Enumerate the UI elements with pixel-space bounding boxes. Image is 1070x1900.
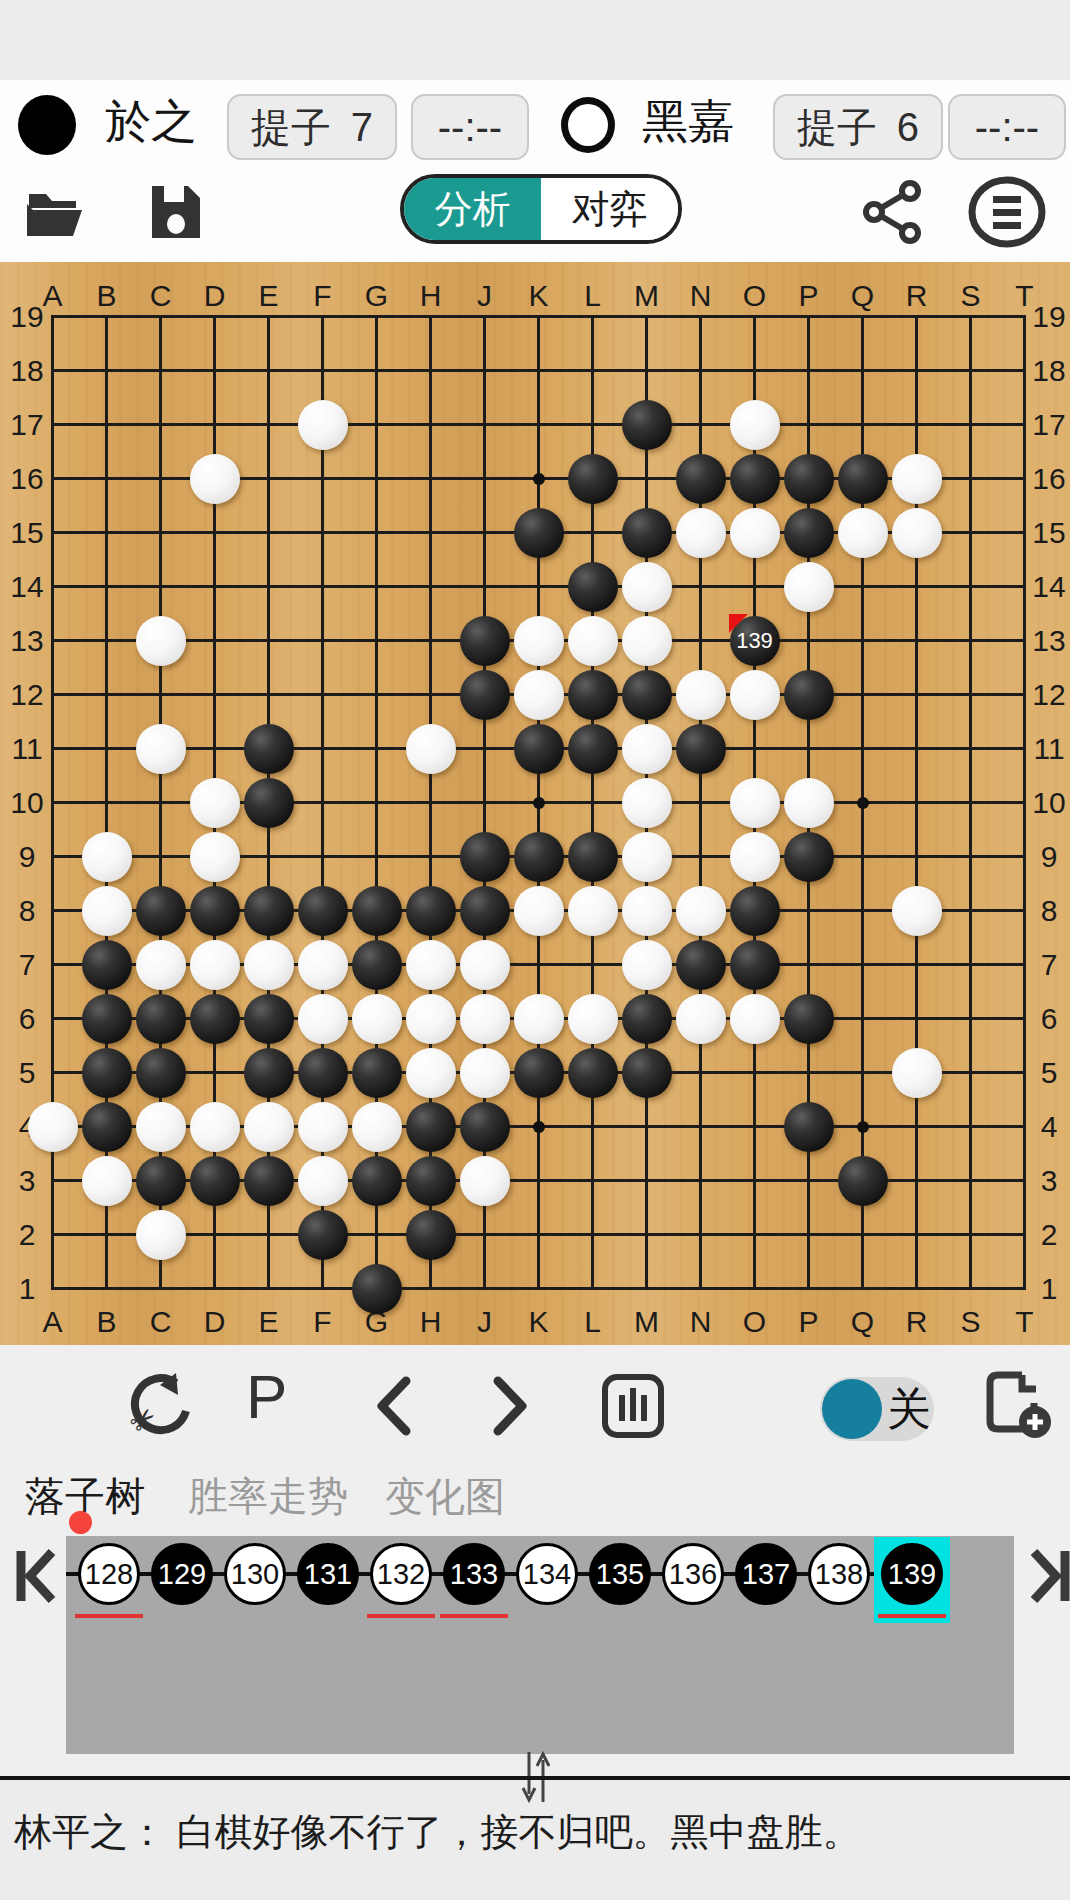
white-stone	[136, 616, 186, 666]
black-stone	[784, 1102, 834, 1152]
white-stone	[406, 724, 456, 774]
white-timer-value: --:--	[975, 105, 1039, 150]
white-stone	[136, 1102, 186, 1152]
black-stone	[460, 670, 510, 720]
next-move-icon[interactable]	[490, 1375, 532, 1437]
coordinate-label: D	[188, 278, 242, 314]
tab-analysis[interactable]: 分析	[404, 178, 541, 240]
move-node-131[interactable]: 131	[297, 1543, 359, 1605]
coordinate-label: 13	[1026, 623, 1070, 659]
coordinate-label: 14	[1026, 569, 1070, 605]
move-node-129[interactable]: 129	[151, 1543, 213, 1605]
coordinate-label: C	[134, 278, 188, 314]
black-stone	[514, 508, 564, 558]
move-node-128[interactable]: 128	[78, 1543, 140, 1605]
black-stone	[838, 1156, 888, 1206]
move-node-stone: 128	[78, 1543, 140, 1605]
black-stone	[244, 1156, 294, 1206]
share-icon[interactable]	[862, 180, 924, 244]
new-file-icon[interactable]	[982, 1369, 1054, 1443]
go-board[interactable]: AABBCCDDEEFFGGHHJJKKLLMMNNOOPPQQRRSSTT19…	[0, 262, 1070, 1345]
status-bar	[0, 0, 1070, 80]
white-stone	[622, 616, 672, 666]
coordinate-label: 1	[4, 1271, 50, 1307]
coordinate-label: L	[566, 1304, 620, 1340]
coordinate-label: M	[620, 1304, 674, 1340]
black-stone	[622, 994, 672, 1044]
black-stone	[406, 886, 456, 936]
black-stone	[784, 508, 834, 558]
white-stone	[298, 940, 348, 990]
move-node-stone: 136	[662, 1543, 724, 1605]
coordinate-label: Q	[836, 1304, 890, 1340]
coordinate-label: 6	[1026, 1001, 1070, 1037]
coordinate-label: F	[296, 278, 350, 314]
review-toolbar: ✂ P 关	[0, 1345, 1070, 1455]
coordinate-label: K	[512, 278, 566, 314]
black-player-name: 於之	[105, 80, 197, 162]
notification-red-dot	[69, 1511, 92, 1534]
move-node-stone: 132	[370, 1543, 432, 1605]
white-stone-avatar	[561, 97, 615, 153]
coordinate-label: F	[296, 1304, 350, 1340]
black-stone	[568, 562, 618, 612]
white-stone	[406, 994, 456, 1044]
white-stone	[298, 400, 348, 450]
coordinate-label: 19	[4, 299, 50, 335]
move-node-138[interactable]: 138	[808, 1543, 870, 1605]
coordinate-label: S	[944, 1304, 998, 1340]
move-node-136[interactable]: 136	[662, 1543, 724, 1605]
coordinate-label: 8	[1026, 893, 1070, 929]
white-stone	[460, 1048, 510, 1098]
move-node-137[interactable]: 137	[735, 1543, 797, 1605]
coordinate-label: 18	[4, 353, 50, 389]
white-stone	[730, 832, 780, 882]
coordinate-label: N	[674, 1304, 728, 1340]
white-stone	[190, 454, 240, 504]
move-tree-canvas[interactable]: 128129130131132133134135136137138139	[66, 1536, 1014, 1754]
black-timer-value: --:--	[438, 105, 502, 150]
coordinate-label: 18	[1026, 353, 1070, 389]
coordinate-label: 7	[1026, 947, 1070, 983]
coordinate-label: 10	[1026, 785, 1070, 821]
coordinate-label: 7	[4, 947, 50, 983]
pass-button[interactable]: P	[246, 1361, 287, 1432]
coordinate-label: S	[944, 278, 998, 314]
black-stone	[514, 832, 564, 882]
black-timer-button[interactable]: --:--	[411, 94, 529, 160]
black-stone	[136, 1048, 186, 1098]
coordinate-label: 2	[4, 1217, 50, 1253]
white-stone	[568, 994, 618, 1044]
white-stone	[28, 1102, 78, 1152]
black-stone	[460, 832, 510, 882]
white-stone	[676, 508, 726, 558]
coordinate-label: E	[242, 1304, 296, 1340]
white-stone	[622, 562, 672, 612]
black-stone	[244, 886, 294, 936]
star-point	[533, 473, 545, 485]
black-stone	[352, 1048, 402, 1098]
black-stone	[568, 670, 618, 720]
white-stone	[136, 724, 186, 774]
black-stone	[568, 832, 618, 882]
black-stone	[82, 1048, 132, 1098]
coordinate-label: 5	[4, 1055, 50, 1091]
white-stone	[622, 778, 672, 828]
black-stone	[406, 1102, 456, 1152]
white-player-name: 黑嘉	[642, 80, 734, 162]
black-stone	[298, 1048, 348, 1098]
coordinate-label: 10	[4, 785, 50, 821]
white-stone	[244, 940, 294, 990]
white-stone	[190, 832, 240, 882]
coordinate-label: 13	[4, 623, 50, 659]
white-stone	[514, 670, 564, 720]
move-node-130[interactable]: 130	[224, 1543, 286, 1605]
black-stone	[784, 832, 834, 882]
white-stone	[244, 1102, 294, 1152]
branch-toggle-label: 关	[884, 1377, 934, 1441]
white-stone	[676, 886, 726, 936]
coordinate-label: H	[404, 1304, 458, 1340]
black-stone	[676, 724, 726, 774]
black-stone	[784, 994, 834, 1044]
undo-prune-icon[interactable]: ✂	[116, 1371, 196, 1441]
white-stone	[406, 940, 456, 990]
coordinate-label: N	[674, 278, 728, 314]
coordinate-label: 2	[1026, 1217, 1070, 1253]
black-stone	[676, 454, 726, 504]
black-stone	[730, 454, 780, 504]
black-stone	[190, 994, 240, 1044]
coordinate-label: 9	[4, 839, 50, 875]
white-stone	[730, 778, 780, 828]
move-node-133[interactable]: 133	[443, 1543, 505, 1605]
white-stone	[82, 886, 132, 936]
coordinate-label: 6	[4, 1001, 50, 1037]
black-stone	[730, 886, 780, 936]
black-stone	[622, 400, 672, 450]
white-stone	[622, 724, 672, 774]
coordinate-label: 9	[1026, 839, 1070, 875]
white-stone	[568, 886, 618, 936]
move-node-stone: 131	[297, 1543, 359, 1605]
coordinate-label: J	[458, 1304, 512, 1340]
coordinate-label: B	[80, 1304, 134, 1340]
black-stone	[838, 454, 888, 504]
black-stone	[784, 670, 834, 720]
black-stone	[622, 670, 672, 720]
coordinate-label: M	[620, 278, 674, 314]
black-stone	[352, 940, 402, 990]
black-stone	[514, 1048, 564, 1098]
black-stone	[622, 1048, 672, 1098]
white-stone	[190, 778, 240, 828]
white-stone	[676, 994, 726, 1044]
white-stone	[298, 994, 348, 1044]
open-folder-icon[interactable]	[24, 184, 84, 240]
black-stone	[298, 886, 348, 936]
white-stone	[892, 886, 942, 936]
white-captures-button[interactable]: 提子 6	[773, 94, 943, 160]
coordinate-label: T	[998, 1304, 1052, 1340]
black-stone	[136, 1156, 186, 1206]
tab-variation-diagram[interactable]: 变化图	[385, 1469, 505, 1524]
move-node-139[interactable]: 139	[881, 1543, 943, 1605]
white-stone	[784, 562, 834, 612]
move-node-stone: 137	[735, 1543, 797, 1605]
black-stone-avatar	[18, 95, 76, 155]
coordinate-label: 17	[1026, 407, 1070, 443]
white-stone	[730, 400, 780, 450]
black-stone	[568, 454, 618, 504]
white-stone	[352, 994, 402, 1044]
player-info-bar: 於之 提子 7 --:-- 黑嘉 提子 6 --:--	[0, 80, 1070, 162]
coordinate-label: P	[782, 1304, 836, 1340]
coordinate-label: 8	[4, 893, 50, 929]
coordinate-label: L	[566, 278, 620, 314]
move-node-stone: 135	[589, 1543, 651, 1605]
black-stone	[406, 1210, 456, 1260]
black-stone	[244, 994, 294, 1044]
black-stone	[136, 886, 186, 936]
last-move-button[interactable]	[1026, 1548, 1070, 1604]
white-stone	[136, 1210, 186, 1260]
black-captures-value: 7	[351, 105, 373, 150]
black-stone	[622, 508, 672, 558]
coordinate-label: 4	[1026, 1109, 1070, 1145]
white-stone	[784, 778, 834, 828]
move-tree-panel: 128129130131132133134135136137138139	[0, 1536, 1070, 1776]
white-captures-label: 提子	[797, 100, 877, 155]
white-stone	[514, 886, 564, 936]
star-point	[857, 797, 869, 809]
white-stone	[838, 508, 888, 558]
black-stone	[568, 724, 618, 774]
white-stone	[730, 670, 780, 720]
white-stone	[460, 940, 510, 990]
white-stone	[298, 1102, 348, 1152]
coordinate-label: 15	[1026, 515, 1070, 551]
black-stone	[784, 454, 834, 504]
white-stone	[622, 940, 672, 990]
black-stone	[190, 886, 240, 936]
black-stone	[244, 778, 294, 828]
tab-winrate-trend[interactable]: 胜率走势	[188, 1469, 348, 1524]
white-stone	[406, 1048, 456, 1098]
move-node-stone: 133	[443, 1543, 505, 1605]
white-stone	[190, 1102, 240, 1152]
move-node-stone: 134	[516, 1543, 578, 1605]
white-stone	[892, 1048, 942, 1098]
white-stone	[892, 454, 942, 504]
black-stone	[82, 994, 132, 1044]
coordinate-label: 19	[1026, 299, 1070, 335]
coordinate-label: Q	[836, 278, 890, 314]
white-stone	[730, 508, 780, 558]
coordinate-label: H	[404, 278, 458, 314]
coordinate-label: 12	[4, 677, 50, 713]
coordinate-label: A	[26, 1304, 80, 1340]
move-node-stone: 138	[808, 1543, 870, 1605]
coordinate-label: P	[782, 278, 836, 314]
white-stone	[622, 886, 672, 936]
coordinate-label: K	[512, 1304, 566, 1340]
chart-icon[interactable]	[600, 1373, 666, 1439]
coordinate-label: 5	[1026, 1055, 1070, 1091]
black-stone	[190, 1156, 240, 1206]
coordinate-label: 12	[1026, 677, 1070, 713]
star-point	[533, 797, 545, 809]
white-stone	[892, 508, 942, 558]
black-stone	[298, 1210, 348, 1260]
coordinate-label: C	[134, 1304, 188, 1340]
move-node-135[interactable]: 135	[589, 1543, 651, 1605]
white-stone	[82, 1156, 132, 1206]
black-stone	[460, 886, 510, 936]
coordinate-label: D	[188, 1304, 242, 1340]
move-node-stone: 129	[151, 1543, 213, 1605]
svg-text:✂: ✂	[123, 1399, 163, 1440]
white-stone	[460, 994, 510, 1044]
move-node-134[interactable]: 134	[516, 1543, 578, 1605]
branch-toggle[interactable]: 关	[820, 1377, 934, 1441]
menu-icon[interactable]	[966, 176, 1048, 248]
black-stone	[352, 1264, 402, 1314]
white-stone	[190, 940, 240, 990]
tab-play[interactable]: 对弈	[541, 178, 678, 240]
black-stone	[568, 1048, 618, 1098]
current-move-number: 139	[730, 628, 780, 654]
branch-toggle-knob	[822, 1379, 882, 1439]
black-stone	[82, 940, 132, 990]
file-toolbar: 分析 对弈	[0, 162, 1070, 262]
black-stone	[730, 940, 780, 990]
view-tabs: 落子树 胜率走势 变化图	[0, 1455, 1070, 1536]
white-stone	[352, 1102, 402, 1152]
white-stone	[622, 832, 672, 882]
white-stone	[568, 616, 618, 666]
black-stone	[136, 994, 186, 1044]
black-stone	[406, 1156, 456, 1206]
coordinate-label: 16	[4, 461, 50, 497]
black-captures-button[interactable]: 提子 7	[227, 94, 397, 160]
white-captures-value: 6	[897, 105, 919, 150]
black-stone	[514, 724, 564, 774]
coordinate-label: J	[458, 278, 512, 314]
move-node-stone: 130	[224, 1543, 286, 1605]
coordinate-label: 11	[1026, 731, 1070, 767]
white-stone	[730, 994, 780, 1044]
black-stone	[460, 616, 510, 666]
coordinate-label: 15	[4, 515, 50, 551]
star-point	[533, 1121, 545, 1133]
black-stone	[244, 724, 294, 774]
white-stone	[514, 616, 564, 666]
move-node-132[interactable]: 132	[370, 1543, 432, 1605]
coordinate-label: R	[890, 1304, 944, 1340]
coordinate-label: R	[890, 278, 944, 314]
white-timer-button[interactable]: --:--	[948, 94, 1066, 160]
white-stone	[298, 1156, 348, 1206]
black-captures-label: 提子	[251, 100, 331, 155]
coordinate-label: 11	[4, 731, 50, 767]
comment-divider	[0, 1776, 1070, 1780]
move-node-stone: 139	[881, 1543, 943, 1605]
black-stone	[82, 1102, 132, 1152]
coordinate-label: 1	[1026, 1271, 1070, 1307]
coordinate-label: 3	[1026, 1163, 1070, 1199]
black-stone	[352, 886, 402, 936]
coordinate-label: E	[242, 278, 296, 314]
star-point	[857, 1121, 869, 1133]
comment-text: 林平之： 白棋好像不行了，接不归吧。黑中盘胜。	[14, 1806, 1058, 1858]
coordinate-label: B	[80, 278, 134, 314]
white-stone	[82, 832, 132, 882]
first-move-button[interactable]	[14, 1548, 60, 1604]
coordinate-label: 14	[4, 569, 50, 605]
coordinate-label: O	[728, 278, 782, 314]
coordinate-label: 3	[4, 1163, 50, 1199]
coordinate-label: 16	[1026, 461, 1070, 497]
save-icon[interactable]	[146, 182, 204, 242]
white-stone	[514, 994, 564, 1044]
coordinate-label: 17	[4, 407, 50, 443]
white-stone	[676, 670, 726, 720]
coordinate-label: G	[350, 278, 404, 314]
black-stone	[244, 1048, 294, 1098]
coordinate-label: O	[728, 1304, 782, 1340]
black-stone	[460, 1102, 510, 1152]
mode-toggle[interactable]: 分析 对弈	[400, 174, 682, 244]
black-stone	[676, 940, 726, 990]
black-stone	[352, 1156, 402, 1206]
white-stone	[136, 940, 186, 990]
white-stone	[460, 1156, 510, 1206]
prev-move-icon[interactable]	[372, 1375, 414, 1437]
